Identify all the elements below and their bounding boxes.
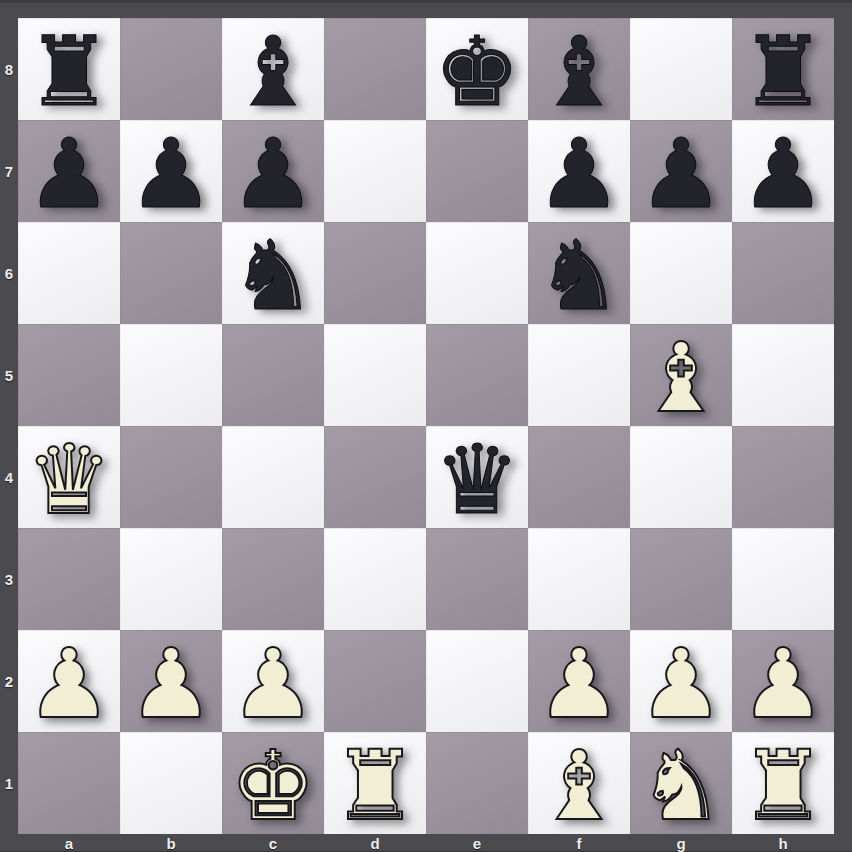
rank-label-2: 2 xyxy=(0,630,18,732)
square-g2[interactable]: ♟ xyxy=(630,630,732,732)
square-d7[interactable] xyxy=(324,120,426,222)
rank-label-7: 7 xyxy=(0,120,18,222)
piece-white-pawn-h2[interactable]: ♟ xyxy=(732,633,834,735)
chess-board-frame: 87654321 abcdefgh ♜♝♚♝♜♟♟♟♟♟♟♞♞♝♛♛♟♟♟♟♟♟… xyxy=(0,0,852,852)
square-e7[interactable] xyxy=(426,120,528,222)
square-b2[interactable]: ♟ xyxy=(120,630,222,732)
square-b5[interactable] xyxy=(120,324,222,426)
square-e3[interactable] xyxy=(426,528,528,630)
rank-label-6: 6 xyxy=(0,222,18,324)
square-a7[interactable]: ♟ xyxy=(18,120,120,222)
piece-black-rook-h8[interactable]: ♜ xyxy=(732,21,834,123)
square-b3[interactable] xyxy=(120,528,222,630)
square-f2[interactable]: ♟ xyxy=(528,630,630,732)
square-g1[interactable]: ♞ xyxy=(630,732,732,834)
square-e4[interactable]: ♛ xyxy=(426,426,528,528)
piece-white-king-c1[interactable]: ♚ xyxy=(222,735,324,837)
square-f1[interactable]: ♝ xyxy=(528,732,630,834)
chess-board[interactable]: ♜♝♚♝♜♟♟♟♟♟♟♞♞♝♛♛♟♟♟♟♟♟♚♜♝♞♜ xyxy=(18,18,834,834)
square-c6[interactable]: ♞ xyxy=(222,222,324,324)
square-c1[interactable]: ♚ xyxy=(222,732,324,834)
square-f6[interactable]: ♞ xyxy=(528,222,630,324)
square-d8[interactable] xyxy=(324,18,426,120)
piece-white-pawn-f2[interactable]: ♟ xyxy=(528,633,630,735)
square-h1[interactable]: ♜ xyxy=(732,732,834,834)
piece-black-bishop-f8[interactable]: ♝ xyxy=(528,21,630,123)
square-d2[interactable] xyxy=(324,630,426,732)
piece-white-pawn-g2[interactable]: ♟ xyxy=(630,633,732,735)
square-d6[interactable] xyxy=(324,222,426,324)
file-label-e: e xyxy=(426,834,528,852)
piece-black-queen-e4[interactable]: ♛ xyxy=(426,429,528,531)
square-f7[interactable]: ♟ xyxy=(528,120,630,222)
piece-black-pawn-c7[interactable]: ♟ xyxy=(222,123,324,225)
piece-white-bishop-f1[interactable]: ♝ xyxy=(528,735,630,837)
square-f5[interactable] xyxy=(528,324,630,426)
square-c7[interactable]: ♟ xyxy=(222,120,324,222)
square-b8[interactable] xyxy=(120,18,222,120)
square-a4[interactable]: ♛ xyxy=(18,426,120,528)
square-e8[interactable]: ♚ xyxy=(426,18,528,120)
piece-black-knight-f6[interactable]: ♞ xyxy=(528,225,630,327)
piece-white-rook-d1[interactable]: ♜ xyxy=(324,735,426,837)
square-c5[interactable] xyxy=(222,324,324,426)
file-label-a: a xyxy=(18,834,120,852)
piece-black-bishop-c8[interactable]: ♝ xyxy=(222,21,324,123)
piece-white-pawn-c2[interactable]: ♟ xyxy=(222,633,324,735)
square-a6[interactable] xyxy=(18,222,120,324)
square-a8[interactable]: ♜ xyxy=(18,18,120,120)
piece-black-pawn-f7[interactable]: ♟ xyxy=(528,123,630,225)
square-h7[interactable]: ♟ xyxy=(732,120,834,222)
square-g5[interactable]: ♝ xyxy=(630,324,732,426)
square-a5[interactable] xyxy=(18,324,120,426)
piece-white-bishop-g5[interactable]: ♝ xyxy=(630,327,732,429)
square-a1[interactable] xyxy=(18,732,120,834)
square-f3[interactable] xyxy=(528,528,630,630)
square-b1[interactable] xyxy=(120,732,222,834)
piece-white-rook-h1[interactable]: ♜ xyxy=(732,735,834,837)
piece-white-pawn-b2[interactable]: ♟ xyxy=(120,633,222,735)
square-h2[interactable]: ♟ xyxy=(732,630,834,732)
rank-label-4: 4 xyxy=(0,426,18,528)
square-d5[interactable] xyxy=(324,324,426,426)
square-g3[interactable] xyxy=(630,528,732,630)
piece-black-knight-c6[interactable]: ♞ xyxy=(222,225,324,327)
file-label-b: b xyxy=(120,834,222,852)
piece-black-pawn-h7[interactable]: ♟ xyxy=(732,123,834,225)
piece-white-queen-a4[interactable]: ♛ xyxy=(18,429,120,531)
square-c8[interactable]: ♝ xyxy=(222,18,324,120)
square-e2[interactable] xyxy=(426,630,528,732)
square-h6[interactable] xyxy=(732,222,834,324)
rank-label-5: 5 xyxy=(0,324,18,426)
square-h5[interactable] xyxy=(732,324,834,426)
piece-white-pawn-a2[interactable]: ♟ xyxy=(18,633,120,735)
square-b4[interactable] xyxy=(120,426,222,528)
square-f8[interactable]: ♝ xyxy=(528,18,630,120)
piece-black-pawn-a7[interactable]: ♟ xyxy=(18,123,120,225)
square-h3[interactable] xyxy=(732,528,834,630)
rank-label-8: 8 xyxy=(0,18,18,120)
square-a3[interactable] xyxy=(18,528,120,630)
square-g8[interactable] xyxy=(630,18,732,120)
piece-black-king-e8[interactable]: ♚ xyxy=(426,21,528,123)
square-e6[interactable] xyxy=(426,222,528,324)
square-d3[interactable] xyxy=(324,528,426,630)
square-d4[interactable] xyxy=(324,426,426,528)
square-g4[interactable] xyxy=(630,426,732,528)
square-f4[interactable] xyxy=(528,426,630,528)
rank-label-3: 3 xyxy=(0,528,18,630)
piece-black-pawn-b7[interactable]: ♟ xyxy=(120,123,222,225)
piece-white-knight-g1[interactable]: ♞ xyxy=(630,735,732,837)
square-h8[interactable]: ♜ xyxy=(732,18,834,120)
square-c2[interactable]: ♟ xyxy=(222,630,324,732)
square-e5[interactable] xyxy=(426,324,528,426)
square-b7[interactable]: ♟ xyxy=(120,120,222,222)
rank-label-1: 1 xyxy=(0,732,18,834)
piece-black-rook-a8[interactable]: ♜ xyxy=(18,21,120,123)
square-b6[interactable] xyxy=(120,222,222,324)
square-h4[interactable] xyxy=(732,426,834,528)
square-a2[interactable]: ♟ xyxy=(18,630,120,732)
square-e1[interactable] xyxy=(426,732,528,834)
square-g7[interactable]: ♟ xyxy=(630,120,732,222)
square-g6[interactable] xyxy=(630,222,732,324)
square-d1[interactable]: ♜ xyxy=(324,732,426,834)
square-c3[interactable] xyxy=(222,528,324,630)
square-c4[interactable] xyxy=(222,426,324,528)
piece-black-pawn-g7[interactable]: ♟ xyxy=(630,123,732,225)
